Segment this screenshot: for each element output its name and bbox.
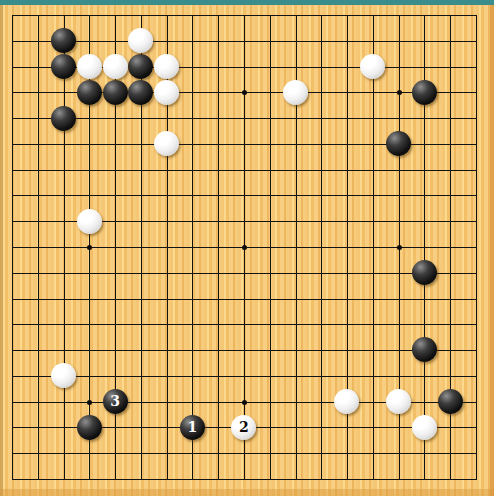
intersection [51,363,77,389]
intersection [76,79,102,105]
stone-white[interactable] [154,131,179,156]
stone-black[interactable] [51,106,76,131]
intersection [386,131,412,157]
stone-black[interactable] [412,260,437,285]
intersection [386,389,412,415]
intersection: 1 [179,414,205,440]
intersection: 3 [102,389,128,415]
intersection [154,131,180,157]
stone-white-move-2[interactable]: 2 [231,415,256,440]
stone-black[interactable] [412,80,437,105]
stone-white[interactable] [51,363,76,388]
stone-black-move-3[interactable]: 3 [103,389,128,414]
stone-black[interactable] [51,54,76,79]
stones-layer: 312 [0,2,489,492]
window-top-bar [0,0,494,5]
intersection [283,79,309,105]
intersection [76,54,102,80]
stone-black[interactable] [128,54,153,79]
intersection [102,54,128,80]
go-app-window: 312 [0,0,494,496]
stone-black[interactable] [438,389,463,414]
stone-white[interactable] [154,54,179,79]
stone-black[interactable] [51,28,76,53]
intersection [51,54,77,80]
stone-black[interactable] [386,131,411,156]
intersection [51,105,77,131]
intersection [76,208,102,234]
stone-black[interactable] [412,337,437,362]
intersection [128,54,154,80]
stone-white[interactable] [128,28,153,53]
intersection [411,260,437,286]
stone-white[interactable] [77,209,102,234]
stone-white[interactable] [77,54,102,79]
stone-black[interactable] [77,415,102,440]
intersection [76,414,102,440]
intersection [102,79,128,105]
intersection [411,79,437,105]
stone-white[interactable] [360,54,385,79]
board-edge-right [490,0,494,496]
stone-black[interactable] [103,80,128,105]
stone-black[interactable] [128,80,153,105]
intersection [334,389,360,415]
intersection [128,79,154,105]
intersection [411,414,437,440]
intersection [154,54,180,80]
stone-black-move-1[interactable]: 1 [180,415,205,440]
intersection: 2 [231,414,257,440]
intersection [128,28,154,54]
stone-white[interactable] [283,80,308,105]
stone-white[interactable] [334,389,359,414]
stone-white[interactable] [103,54,128,79]
intersection [154,79,180,105]
intersection [360,54,386,80]
stone-black[interactable] [77,80,102,105]
stone-white[interactable] [154,80,179,105]
stone-white[interactable] [386,389,411,414]
stone-white[interactable] [412,415,437,440]
intersection [411,337,437,363]
intersection [51,28,77,54]
intersection [437,389,463,415]
